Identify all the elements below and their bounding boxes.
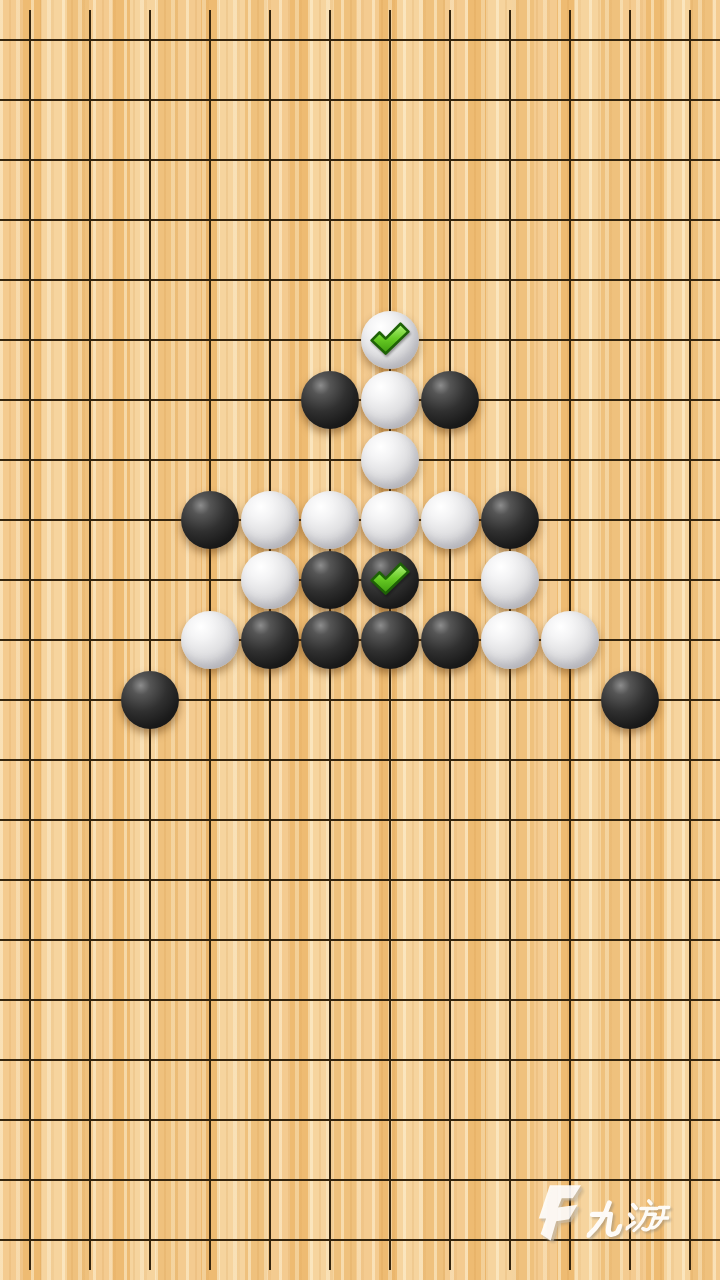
grid-line-horizontal xyxy=(0,39,720,41)
stone-white xyxy=(361,431,419,489)
game-screen xyxy=(0,0,720,1280)
jiuyou-watermark xyxy=(536,1183,673,1241)
grid-line-horizontal xyxy=(0,999,720,1001)
grid-line-horizontal xyxy=(0,399,720,401)
stone-black xyxy=(361,611,419,669)
stone-black xyxy=(301,551,359,609)
grid-line-horizontal xyxy=(0,279,720,281)
stone-white xyxy=(361,371,419,429)
stone-white xyxy=(241,551,299,609)
stone-black xyxy=(481,491,539,549)
grid-line-horizontal xyxy=(0,1059,720,1061)
check-icon xyxy=(369,562,411,596)
grid-line-horizontal xyxy=(0,939,720,941)
watermark-text xyxy=(586,1198,676,1240)
grid-line-horizontal xyxy=(0,219,720,221)
stone-black xyxy=(601,671,659,729)
stone-white xyxy=(421,491,479,549)
stone-black xyxy=(421,371,479,429)
stone-white xyxy=(361,311,419,369)
stone-black xyxy=(181,491,239,549)
grid-line-horizontal xyxy=(0,159,720,161)
grid-line-horizontal xyxy=(0,879,720,881)
stone-white xyxy=(481,551,539,609)
grid-line-horizontal xyxy=(0,99,720,101)
stone-white xyxy=(361,491,419,549)
stone-white xyxy=(241,491,299,549)
check-icon xyxy=(369,322,411,356)
grid-line-horizontal xyxy=(0,339,720,341)
stone-white xyxy=(301,491,359,549)
stone-white xyxy=(481,611,539,669)
grid-line-horizontal xyxy=(0,579,720,581)
grid-line-horizontal xyxy=(0,519,720,521)
stone-black xyxy=(361,551,419,609)
stone-black xyxy=(421,611,479,669)
grid-line-horizontal xyxy=(0,459,720,461)
watermark-char-you xyxy=(624,1198,672,1240)
stone-black xyxy=(301,611,359,669)
jiuyou-logo-icon xyxy=(536,1183,582,1241)
grid-line-horizontal xyxy=(0,759,720,761)
stone-white xyxy=(181,611,239,669)
stone-black xyxy=(241,611,299,669)
stone-black xyxy=(121,671,179,729)
grid-line-horizontal xyxy=(0,819,720,821)
stone-black xyxy=(301,371,359,429)
grid-line-horizontal xyxy=(0,639,720,641)
stone-white xyxy=(541,611,599,669)
grid-line-horizontal xyxy=(0,1119,720,1121)
watermark-char-jiu xyxy=(586,1200,625,1238)
grid-line-horizontal xyxy=(0,1179,720,1181)
